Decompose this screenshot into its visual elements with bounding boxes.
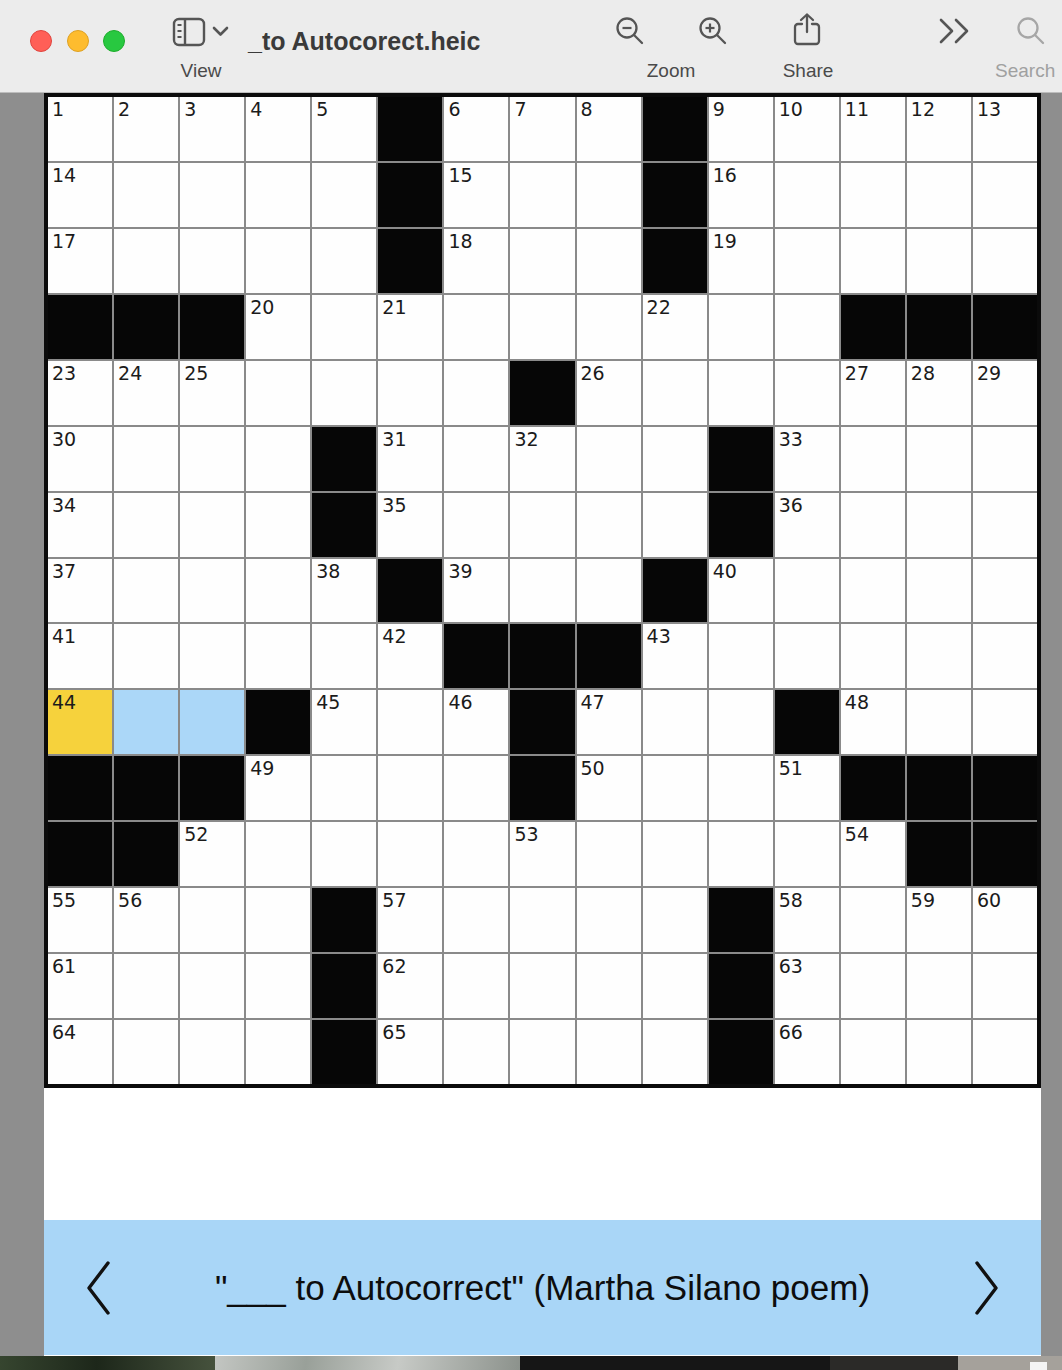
cell-r6c7[interactable] — [444, 427, 508, 491]
cell-number: 29 — [977, 362, 1001, 384]
cell-r5c10[interactable] — [643, 361, 707, 425]
cell-r10c15[interactable] — [973, 690, 1037, 754]
cell-r13c4[interactable] — [246, 888, 310, 952]
cell-number: 14 — [52, 164, 76, 186]
cell-r2c2[interactable] — [114, 163, 178, 227]
cell-r7c9[interactable] — [577, 493, 641, 557]
search-icon[interactable] — [1015, 15, 1047, 47]
black-cell — [709, 954, 773, 1018]
cell-number: 35 — [382, 494, 406, 516]
cell-r3c11[interactable]: 19 — [709, 229, 773, 293]
cell-r6c8[interactable]: 32 — [510, 427, 574, 491]
cell-r3c12[interactable] — [775, 229, 839, 293]
cell-r9c1[interactable]: 41 — [48, 624, 112, 688]
cell-r10c11[interactable] — [709, 690, 773, 754]
cell-r6c15[interactable] — [973, 427, 1037, 491]
cell-r5c13[interactable]: 27 — [841, 361, 905, 425]
cell-number: 53 — [514, 823, 538, 845]
cell-r15c8[interactable] — [510, 1020, 574, 1084]
cell-number: 28 — [911, 362, 935, 384]
cell-r4c12[interactable] — [775, 295, 839, 359]
cell-number: 12 — [911, 98, 935, 120]
cell-r14c2[interactable] — [114, 954, 178, 1018]
black-cell — [973, 822, 1037, 886]
cell-number: 5 — [316, 98, 328, 120]
cell-r7c2[interactable] — [114, 493, 178, 557]
photo-strip-dark — [520, 1356, 830, 1370]
cell-number: 64 — [52, 1021, 76, 1043]
black-cell — [907, 822, 971, 886]
cell-r14c9[interactable] — [577, 954, 641, 1018]
cell-r6c9[interactable] — [577, 427, 641, 491]
chevron-down-icon[interactable] — [212, 26, 229, 37]
cell-r12c4[interactable] — [246, 822, 310, 886]
cell-r11c11[interactable] — [709, 756, 773, 820]
clue-bar: "___ to Autocorrect" (Martha Silano poem… — [44, 1220, 1041, 1355]
cell-r11c10[interactable] — [643, 756, 707, 820]
cell-r13c2[interactable]: 56 — [114, 888, 178, 952]
cell-number: 16 — [713, 164, 737, 186]
cell-number: 54 — [845, 823, 869, 845]
cell-number: 52 — [184, 823, 208, 845]
cell-number: 57 — [382, 889, 406, 911]
cell-r3c4[interactable] — [246, 229, 310, 293]
cell-r14c1[interactable]: 61 — [48, 954, 112, 1018]
cell-r7c7[interactable] — [444, 493, 508, 557]
toolbar: View _to Autocorect.heic Zoom Share — [0, 0, 1062, 93]
black-cell — [510, 690, 574, 754]
cell-number: 46 — [448, 691, 472, 713]
cell-number: 17 — [52, 230, 76, 252]
cell-r9c15[interactable] — [973, 624, 1037, 688]
cell-r15c2[interactable] — [114, 1020, 178, 1084]
cell-r9c6[interactable]: 42 — [378, 624, 442, 688]
cell-r6c6[interactable]: 31 — [378, 427, 442, 491]
black-cell — [180, 295, 244, 359]
cell-r8c2[interactable] — [114, 559, 178, 623]
cell-r1c15[interactable]: 13 — [973, 97, 1037, 161]
cell-r5c6[interactable] — [378, 361, 442, 425]
cell-r10c1[interactable]: 44 — [48, 690, 112, 754]
black-cell — [378, 229, 442, 293]
cell-r2c13[interactable] — [841, 163, 905, 227]
cell-r3c1[interactable]: 17 — [48, 229, 112, 293]
black-cell — [114, 822, 178, 886]
cell-r4c5[interactable] — [312, 295, 376, 359]
black-cell — [312, 888, 376, 952]
cell-r13c7[interactable] — [444, 888, 508, 952]
cell-r3c3[interactable] — [180, 229, 244, 293]
cell-r5c5[interactable] — [312, 361, 376, 425]
photo-strip-white-square — [1030, 1362, 1047, 1370]
cell-r1c4[interactable]: 4 — [246, 97, 310, 161]
cell-r5c15[interactable]: 29 — [973, 361, 1037, 425]
cell-number: 2 — [118, 98, 130, 120]
cell-r8c4[interactable] — [246, 559, 310, 623]
cell-r10c13[interactable]: 48 — [841, 690, 905, 754]
cell-r4c10[interactable]: 22 — [643, 295, 707, 359]
black-cell — [312, 427, 376, 491]
cell-number: 30 — [52, 428, 76, 450]
cell-r6c1[interactable]: 30 — [48, 427, 112, 491]
cell-r2c4[interactable] — [246, 163, 310, 227]
close-button[interactable] — [30, 30, 52, 52]
black-cell — [48, 295, 112, 359]
cell-r10c3[interactable] — [180, 690, 244, 754]
cell-r1c8[interactable]: 7 — [510, 97, 574, 161]
cell-r14c15[interactable] — [973, 954, 1037, 1018]
cell-r3c15[interactable] — [973, 229, 1037, 293]
cell-r3c13[interactable] — [841, 229, 905, 293]
cell-r9c5[interactable] — [312, 624, 376, 688]
cell-r1c5[interactable]: 5 — [312, 97, 376, 161]
cell-number: 45 — [316, 691, 340, 713]
cell-r14c12[interactable]: 63 — [775, 954, 839, 1018]
zoom-button-label: Zoom — [631, 60, 711, 82]
black-cell — [246, 690, 310, 754]
cell-number: 8 — [581, 98, 593, 120]
minimize-button[interactable] — [67, 30, 89, 52]
cell-r11c4[interactable]: 49 — [246, 756, 310, 820]
cell-number: 9 — [713, 98, 725, 120]
black-cell — [841, 295, 905, 359]
cell-r1c12[interactable]: 10 — [775, 97, 839, 161]
cell-number: 1 — [52, 98, 64, 120]
cell-r14c8[interactable] — [510, 954, 574, 1018]
cell-r7c8[interactable] — [510, 493, 574, 557]
cell-r13c13[interactable] — [841, 888, 905, 952]
cell-number: 50 — [581, 757, 605, 779]
cell-number: 37 — [52, 560, 76, 582]
cell-r15c13[interactable] — [841, 1020, 905, 1084]
black-cell — [114, 756, 178, 820]
cell-number: 60 — [977, 889, 1001, 911]
cell-number: 23 — [52, 362, 76, 384]
cell-number: 20 — [250, 296, 274, 318]
black-cell — [775, 690, 839, 754]
cell-r5c12[interactable] — [775, 361, 839, 425]
cell-r2c12[interactable] — [775, 163, 839, 227]
black-cell — [643, 229, 707, 293]
cell-r14c4[interactable] — [246, 954, 310, 1018]
black-cell — [643, 97, 707, 161]
cell-r2c8[interactable] — [510, 163, 574, 227]
cell-r11c5[interactable] — [312, 756, 376, 820]
cell-r12c9[interactable] — [577, 822, 641, 886]
cell-r15c9[interactable] — [577, 1020, 641, 1084]
cell-r1c3[interactable]: 3 — [180, 97, 244, 161]
cell-r8c1[interactable]: 37 — [48, 559, 112, 623]
black-cell — [709, 427, 773, 491]
cell-r11c6[interactable] — [378, 756, 442, 820]
cell-r8c7[interactable]: 39 — [444, 559, 508, 623]
cell-r12c10[interactable] — [643, 822, 707, 886]
cell-r3c8[interactable] — [510, 229, 574, 293]
cell-r2c15[interactable] — [973, 163, 1037, 227]
cell-r2c7[interactable]: 15 — [444, 163, 508, 227]
cell-r11c9[interactable]: 50 — [577, 756, 641, 820]
cell-r5c2[interactable]: 24 — [114, 361, 178, 425]
black-cell — [841, 756, 905, 820]
cell-number: 34 — [52, 494, 76, 516]
share-icon[interactable] — [791, 12, 823, 48]
cell-r2c1[interactable]: 14 — [48, 163, 112, 227]
cell-r15c10[interactable] — [643, 1020, 707, 1084]
fullscreen-button[interactable] — [103, 30, 125, 52]
cell-r15c6[interactable]: 65 — [378, 1020, 442, 1084]
cell-r7c4[interactable] — [246, 493, 310, 557]
cell-number: 43 — [647, 625, 671, 647]
cell-r1c2[interactable]: 2 — [114, 97, 178, 161]
cell-r6c10[interactable] — [643, 427, 707, 491]
cell-r4c4[interactable]: 20 — [246, 295, 310, 359]
cell-r5c3[interactable]: 25 — [180, 361, 244, 425]
cell-number: 15 — [448, 164, 472, 186]
black-cell — [510, 756, 574, 820]
cell-r8c11[interactable]: 40 — [709, 559, 773, 623]
current-clue-text: "___ to Autocorrect" (Martha Silano poem… — [112, 1268, 973, 1308]
cell-r13c10[interactable] — [643, 888, 707, 952]
cell-r5c11[interactable] — [709, 361, 773, 425]
cell-number: 48 — [845, 691, 869, 713]
previous-clue-button[interactable] — [84, 1259, 112, 1317]
cell-number: 31 — [382, 428, 406, 450]
cell-r10c14[interactable] — [907, 690, 971, 754]
cell-r4c11[interactable] — [709, 295, 773, 359]
cell-number: 47 — [581, 691, 605, 713]
cell-r3c2[interactable] — [114, 229, 178, 293]
cell-r1c14[interactable]: 12 — [907, 97, 971, 161]
cell-r15c3[interactable] — [180, 1020, 244, 1084]
cell-r12c13[interactable]: 54 — [841, 822, 905, 886]
cell-r12c11[interactable] — [709, 822, 773, 886]
cell-r6c13[interactable] — [841, 427, 905, 491]
cell-r3c14[interactable] — [907, 229, 971, 293]
cell-r13c15[interactable]: 60 — [973, 888, 1037, 952]
cell-r12c12[interactable] — [775, 822, 839, 886]
cell-r2c11[interactable]: 16 — [709, 163, 773, 227]
cell-r9c4[interactable] — [246, 624, 310, 688]
cell-number: 65 — [382, 1021, 406, 1043]
cell-r10c10[interactable] — [643, 690, 707, 754]
cell-r11c7[interactable] — [444, 756, 508, 820]
cell-r5c1[interactable]: 23 — [48, 361, 112, 425]
black-cell — [709, 1020, 773, 1084]
cell-number: 61 — [52, 955, 76, 977]
cell-r12c3[interactable]: 52 — [180, 822, 244, 886]
cell-number: 13 — [977, 98, 1001, 120]
zoom-in-icon[interactable] — [697, 15, 729, 47]
cell-r5c14[interactable]: 28 — [907, 361, 971, 425]
preview-window: View _to Autocorect.heic Zoom Share — [0, 0, 1062, 1370]
cell-r6c3[interactable] — [180, 427, 244, 491]
black-cell — [378, 559, 442, 623]
cell-r1c9[interactable]: 8 — [577, 97, 641, 161]
cell-r15c12[interactable]: 66 — [775, 1020, 839, 1084]
cell-r13c14[interactable]: 59 — [907, 888, 971, 952]
cell-r6c14[interactable] — [907, 427, 971, 491]
cell-number: 40 — [713, 560, 737, 582]
cell-number: 44 — [52, 691, 76, 713]
cell-r9c13[interactable] — [841, 624, 905, 688]
cell-r11c12[interactable]: 51 — [775, 756, 839, 820]
cell-r8c8[interactable] — [510, 559, 574, 623]
cell-number: 18 — [448, 230, 472, 252]
cell-number: 42 — [382, 625, 406, 647]
cell-r9c10[interactable]: 43 — [643, 624, 707, 688]
cell-r8c15[interactable] — [973, 559, 1037, 623]
cell-number: 41 — [52, 625, 76, 647]
cell-number: 33 — [779, 428, 803, 450]
black-cell — [312, 1020, 376, 1084]
black-cell — [973, 295, 1037, 359]
black-cell — [973, 756, 1037, 820]
cell-r13c3[interactable] — [180, 888, 244, 952]
cell-r8c9[interactable] — [577, 559, 641, 623]
cell-r9c2[interactable] — [114, 624, 178, 688]
photo-strip-plants — [0, 1356, 215, 1370]
overflow-chevrons-icon[interactable] — [938, 18, 974, 44]
zoom-out-icon[interactable] — [614, 15, 646, 47]
cell-number: 51 — [779, 757, 803, 779]
cell-r7c10[interactable] — [643, 493, 707, 557]
cell-r3c7[interactable]: 18 — [444, 229, 508, 293]
black-cell — [577, 624, 641, 688]
sidebar-view-icon[interactable] — [172, 17, 206, 47]
cell-r15c15[interactable] — [973, 1020, 1037, 1084]
cell-number: 36 — [779, 494, 803, 516]
cell-r7c13[interactable] — [841, 493, 905, 557]
cell-r5c4[interactable] — [246, 361, 310, 425]
cell-number: 24 — [118, 362, 142, 384]
cell-r8c13[interactable] — [841, 559, 905, 623]
cell-number: 39 — [448, 560, 472, 582]
cell-r13c8[interactable] — [510, 888, 574, 952]
cell-r14c13[interactable] — [841, 954, 905, 1018]
cell-r9c3[interactable] — [180, 624, 244, 688]
cell-r7c3[interactable] — [180, 493, 244, 557]
cell-r10c6[interactable] — [378, 690, 442, 754]
cell-number: 38 — [316, 560, 340, 582]
cell-r4c8[interactable] — [510, 295, 574, 359]
cell-r2c9[interactable] — [577, 163, 641, 227]
cell-r7c12[interactable]: 36 — [775, 493, 839, 557]
cell-r12c6[interactable] — [378, 822, 442, 886]
cell-r14c14[interactable] — [907, 954, 971, 1018]
next-clue-button[interactable] — [973, 1259, 1001, 1317]
cell-r15c14[interactable] — [907, 1020, 971, 1084]
cell-number: 27 — [845, 362, 869, 384]
cell-number: 58 — [779, 889, 803, 911]
cell-r2c14[interactable] — [907, 163, 971, 227]
cell-r9c12[interactable] — [775, 624, 839, 688]
cell-r7c6[interactable]: 35 — [378, 493, 442, 557]
photo-strip-sketch — [215, 1356, 520, 1370]
cell-r10c9[interactable]: 47 — [577, 690, 641, 754]
cell-r1c13[interactable]: 11 — [841, 97, 905, 161]
cell-r8c14[interactable] — [907, 559, 971, 623]
cell-number: 26 — [581, 362, 605, 384]
cell-r8c3[interactable] — [180, 559, 244, 623]
cell-number: 21 — [382, 296, 406, 318]
cell-r6c12[interactable]: 33 — [775, 427, 839, 491]
cell-r14c6[interactable]: 62 — [378, 954, 442, 1018]
window-title: _to Autocorect.heic — [248, 27, 480, 56]
cell-r9c11[interactable] — [709, 624, 773, 688]
cell-number: 11 — [845, 98, 869, 120]
cell-number: 59 — [911, 889, 935, 911]
cell-r12c7[interactable] — [444, 822, 508, 886]
cell-r9c14[interactable] — [907, 624, 971, 688]
cell-r14c3[interactable] — [180, 954, 244, 1018]
cell-r12c5[interactable] — [312, 822, 376, 886]
cell-r6c4[interactable] — [246, 427, 310, 491]
cell-number: 7 — [514, 98, 526, 120]
cell-number: 62 — [382, 955, 406, 977]
cell-number: 10 — [779, 98, 803, 120]
cell-number: 66 — [779, 1021, 803, 1043]
cell-r6c2[interactable] — [114, 427, 178, 491]
cell-r13c6[interactable]: 57 — [378, 888, 442, 952]
cell-r5c9[interactable]: 26 — [577, 361, 641, 425]
cell-r8c5[interactable]: 38 — [312, 559, 376, 623]
cell-r4c7[interactable] — [444, 295, 508, 359]
cell-r4c9[interactable] — [577, 295, 641, 359]
cell-r1c11[interactable]: 9 — [709, 97, 773, 161]
cell-number: 4 — [250, 98, 262, 120]
black-cell — [709, 888, 773, 952]
cell-r3c5[interactable] — [312, 229, 376, 293]
cell-r13c1[interactable]: 55 — [48, 888, 112, 952]
black-cell — [312, 954, 376, 1018]
cell-r4c6[interactable]: 21 — [378, 295, 442, 359]
cell-r10c7[interactable]: 46 — [444, 690, 508, 754]
cell-r8c12[interactable] — [775, 559, 839, 623]
cell-number: 19 — [713, 230, 737, 252]
cell-r14c7[interactable] — [444, 954, 508, 1018]
black-cell — [48, 822, 112, 886]
cell-r1c7[interactable]: 6 — [444, 97, 508, 161]
cell-number: 25 — [184, 362, 208, 384]
cell-r7c14[interactable] — [907, 493, 971, 557]
share-button-label: Share — [768, 60, 848, 82]
cell-r15c4[interactable] — [246, 1020, 310, 1084]
black-cell — [312, 493, 376, 557]
cell-number: 55 — [52, 889, 76, 911]
cell-number: 6 — [448, 98, 460, 120]
cell-r13c9[interactable] — [577, 888, 641, 952]
cell-r15c7[interactable] — [444, 1020, 508, 1084]
cell-r5c7[interactable] — [444, 361, 508, 425]
view-button-label: View — [170, 60, 232, 82]
black-cell — [510, 624, 574, 688]
cell-r7c15[interactable] — [973, 493, 1037, 557]
cell-number: 56 — [118, 889, 142, 911]
cell-r15c1[interactable]: 64 — [48, 1020, 112, 1084]
cell-r1c1[interactable]: 1 — [48, 97, 112, 161]
cell-r7c1[interactable]: 34 — [48, 493, 112, 557]
cell-r14c10[interactable] — [643, 954, 707, 1018]
cell-r13c12[interactable]: 58 — [775, 888, 839, 952]
cell-r10c5[interactable]: 45 — [312, 690, 376, 754]
cell-r10c2[interactable] — [114, 690, 178, 754]
cell-r2c5[interactable] — [312, 163, 376, 227]
cell-r12c8[interactable]: 53 — [510, 822, 574, 886]
cell-r2c3[interactable] — [180, 163, 244, 227]
cell-number: 32 — [514, 428, 538, 450]
crossword-grid[interactable]: 1234567891011121314151617181920212223242… — [44, 93, 1041, 1088]
cell-r3c9[interactable] — [577, 229, 641, 293]
